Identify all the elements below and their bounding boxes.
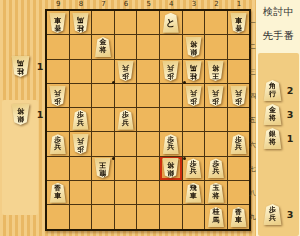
board-square[interactable] — [92, 11, 114, 34]
board-square[interactable] — [228, 35, 250, 58]
board-square[interactable] — [115, 205, 137, 228]
board-square[interactable]: 銀将 — [160, 157, 182, 180]
shogi-board[interactable]: 香車桂馬と香車金将銀将歩兵歩兵桂馬王将歩兵歩兵歩兵歩兵歩兵歩兵歩兵歩兵歩兵歩兵龍… — [45, 9, 251, 231]
board-square[interactable] — [137, 35, 159, 58]
board-square[interactable]: 飛車 — [183, 181, 205, 204]
board-square[interactable] — [92, 84, 114, 107]
board-square[interactable] — [137, 60, 159, 83]
board-square[interactable]: 歩兵 — [160, 132, 182, 155]
board-square[interactable]: 歩兵 — [115, 108, 137, 131]
sente-hand-count: 3 — [284, 109, 296, 120]
board-square[interactable]: 歩兵 — [228, 132, 250, 155]
file-label: 4 — [160, 0, 183, 9]
board-square[interactable]: 香車 — [228, 205, 250, 228]
file-label: 6 — [115, 0, 138, 9]
board-square[interactable]: 香車 — [47, 181, 69, 204]
board-square[interactable] — [137, 108, 159, 131]
shogi-piece-銀将[interactable]: 銀将 — [162, 158, 179, 178]
board-square[interactable] — [92, 205, 114, 228]
board-square[interactable] — [160, 84, 182, 107]
shogi-piece-歩兵[interactable]: 歩兵 — [72, 134, 89, 154]
board-square[interactable]: 香車 — [228, 11, 250, 34]
hoshi-dot — [183, 81, 186, 84]
board-square[interactable] — [205, 11, 227, 34]
board-square[interactable] — [137, 132, 159, 155]
board-square[interactable] — [92, 132, 114, 155]
board-square[interactable]: 龍王 — [92, 157, 114, 180]
board-square[interactable]: 歩兵 — [183, 84, 205, 107]
board-square[interactable] — [115, 157, 137, 180]
sente-hand-count: 2 — [284, 85, 296, 96]
file-label: 8 — [70, 0, 93, 9]
board-square[interactable] — [205, 132, 227, 155]
shogi-piece-角行[interactable]: 角行 — [263, 80, 282, 101]
board-square[interactable] — [137, 11, 159, 34]
board-square[interactable] — [70, 60, 92, 83]
board-square[interactable] — [70, 35, 92, 58]
board-square[interactable] — [228, 60, 250, 83]
shogi-piece-歩兵[interactable]: 歩兵 — [263, 204, 282, 225]
shogi-piece-歩兵[interactable]: 歩兵 — [117, 61, 134, 81]
shogi-piece-歩兵[interactable]: 歩兵 — [49, 134, 66, 154]
board-square[interactable] — [47, 157, 69, 180]
side-panel: 検討中 先手番 角行2金将3銀将1歩兵3 — [256, 0, 300, 236]
shogi-piece-歩兵[interactable]: 歩兵 — [185, 86, 202, 106]
board-square[interactable]: 香車 — [47, 11, 69, 34]
board-square[interactable] — [228, 181, 250, 204]
sente-hand-piece[interactable]: 銀将 — [263, 128, 282, 149]
board-square[interactable]: 桂馬 — [183, 60, 205, 83]
board-square[interactable] — [47, 108, 69, 131]
board-square[interactable]: 歩兵 — [205, 157, 227, 180]
shogi-piece-銀将[interactable]: 銀将 — [185, 37, 202, 57]
shogi-piece-香車[interactable]: 香車 — [49, 13, 66, 33]
board-square[interactable] — [92, 181, 114, 204]
analysis-status-label: 検討中 — [257, 5, 300, 19]
hoshi-dot — [112, 81, 115, 84]
hoshi-dot — [183, 157, 186, 160]
board-square[interactable] — [70, 84, 92, 107]
board-square[interactable] — [183, 11, 205, 34]
shogi-piece-桂馬[interactable]: 桂馬 — [72, 13, 89, 33]
board-square[interactable]: 歩兵 — [70, 132, 92, 155]
gote-hand-piece[interactable]: 銀将 — [11, 104, 30, 125]
file-label: 7 — [92, 0, 115, 9]
file-label: 9 — [47, 0, 70, 9]
shogi-piece-歩兵[interactable]: 歩兵 — [162, 134, 179, 154]
shogi-piece-桂馬[interactable]: 桂馬 — [207, 207, 224, 227]
shogi-piece-銀将[interactable]: 銀将 — [11, 104, 30, 125]
shogi-piece-王将[interactable]: 王将 — [207, 61, 224, 81]
file-label: 1 — [228, 0, 251, 9]
board-square[interactable] — [47, 60, 69, 83]
file-label: 2 — [205, 0, 228, 9]
board-square[interactable]: 王将 — [205, 60, 227, 83]
shogi-piece-桂馬[interactable]: 桂馬 — [11, 56, 30, 77]
board-square[interactable]: 銀将 — [183, 35, 205, 58]
board-square[interactable] — [137, 205, 159, 228]
board-square[interactable] — [115, 35, 137, 58]
board-square[interactable]: 歩兵 — [183, 157, 205, 180]
shogi-piece-歩兵[interactable]: 歩兵 — [162, 61, 179, 81]
shogi-piece-香車[interactable]: 香車 — [49, 183, 66, 203]
board-square[interactable] — [228, 157, 250, 180]
board-square[interactable] — [205, 108, 227, 131]
board-square[interactable] — [115, 181, 137, 204]
board-square[interactable] — [70, 181, 92, 204]
shogi-piece-香車[interactable]: 香車 — [230, 207, 247, 227]
board-square[interactable] — [137, 181, 159, 204]
file-label: 5 — [137, 0, 160, 9]
shogi-piece-歩兵[interactable]: 歩兵 — [207, 86, 224, 106]
board-square[interactable] — [228, 108, 250, 131]
shogi-piece-龍王[interactable]: 龍王 — [94, 158, 111, 178]
shogi-piece-歩兵[interactable]: 歩兵 — [49, 86, 66, 106]
shogi-piece-歩兵[interactable]: 歩兵 — [72, 110, 89, 130]
board-square[interactable]: 歩兵 — [228, 84, 250, 107]
file-label: 3 — [183, 0, 206, 9]
hoshi-dot — [112, 157, 115, 160]
sente-hand-count: 3 — [284, 209, 296, 220]
board-square[interactable] — [137, 84, 159, 107]
shogi-piece-金将[interactable]: 金将 — [263, 104, 282, 125]
board-square[interactable] — [115, 11, 137, 34]
board-square[interactable] — [70, 205, 92, 228]
board-square[interactable]: 歩兵 — [115, 60, 137, 83]
shogi-piece-桂馬[interactable]: 桂馬 — [185, 61, 202, 81]
sente-hand-piece[interactable]: 金将 — [263, 104, 282, 125]
shogi-piece-玉将[interactable]: 玉将 — [207, 183, 224, 203]
board-square[interactable] — [183, 132, 205, 155]
shogi-app: 桂馬1銀将1 香車桂馬と香車金将銀将歩兵歩兵桂馬王将歩兵歩兵歩兵歩兵歩兵歩兵歩兵… — [0, 0, 300, 236]
board-square[interactable] — [205, 35, 227, 58]
shogi-piece-歩兵[interactable]: 歩兵 — [185, 158, 202, 178]
board-square[interactable]: 桂馬 — [70, 11, 92, 34]
board-square[interactable] — [115, 132, 137, 155]
board-square[interactable]: 歩兵 — [70, 108, 92, 131]
board-square[interactable] — [160, 35, 182, 58]
shogi-piece-銀将[interactable]: 銀将 — [263, 128, 282, 149]
board-square[interactable] — [115, 84, 137, 107]
shogi-piece-歩兵[interactable]: 歩兵 — [230, 86, 247, 106]
shogi-piece-と[interactable]: と — [162, 13, 179, 33]
board-square[interactable]: 歩兵 — [47, 84, 69, 107]
board-square[interactable] — [70, 157, 92, 180]
shogi-piece-歩兵[interactable]: 歩兵 — [207, 158, 224, 178]
board-square[interactable] — [47, 205, 69, 228]
board-square[interactable]: 歩兵 — [47, 132, 69, 155]
board-square[interactable] — [160, 205, 182, 228]
sente-hand-count: 1 — [284, 133, 296, 144]
board-square[interactable]: 歩兵 — [160, 60, 182, 83]
shogi-piece-金将[interactable]: 金将 — [94, 37, 111, 57]
board-square[interactable] — [92, 108, 114, 131]
turn-indicator-label: 先手番 — [257, 29, 300, 43]
shogi-piece-歩兵[interactable]: 歩兵 — [117, 110, 134, 130]
board-square[interactable] — [47, 35, 69, 58]
shogi-piece-飛車[interactable]: 飛車 — [185, 183, 202, 203]
board-square[interactable] — [160, 108, 182, 131]
shogi-piece-香車[interactable]: 香車 — [230, 13, 247, 33]
board-square[interactable] — [137, 157, 159, 180]
board-square[interactable] — [183, 205, 205, 228]
board-square[interactable]: と — [160, 11, 182, 34]
board-square[interactable] — [160, 181, 182, 204]
board-square[interactable]: 桂馬 — [205, 205, 227, 228]
board-square[interactable]: 金将 — [92, 35, 114, 58]
sente-hand-piece[interactable]: 歩兵 — [263, 204, 282, 225]
sente-hand-piece[interactable]: 角行 — [263, 80, 282, 101]
board-square[interactable] — [183, 108, 205, 131]
board-square[interactable]: 歩兵 — [205, 84, 227, 107]
shogi-piece-歩兵[interactable]: 歩兵 — [230, 134, 247, 154]
board-square[interactable] — [92, 60, 114, 83]
gote-hand-piece[interactable]: 桂馬 — [11, 56, 30, 77]
board-square[interactable]: 玉将 — [205, 181, 227, 204]
